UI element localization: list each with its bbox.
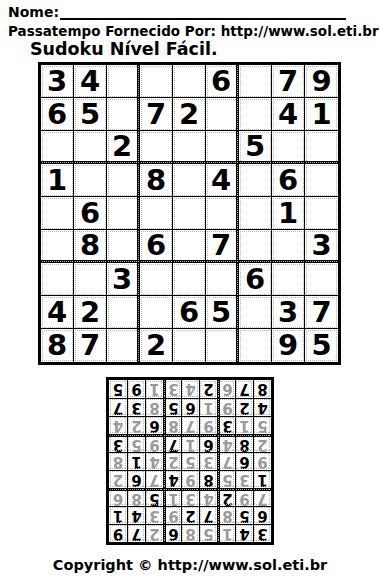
cell-r8c5: 6 — [173, 296, 206, 329]
cell-r3c5[interactable] — [173, 131, 206, 164]
solution-cell-r8c2: 2 — [235, 398, 253, 416]
solution-cell-r5c7: 4 — [145, 452, 163, 470]
cell-r5c4[interactable] — [140, 197, 173, 230]
cell-r1c9: 9 — [305, 65, 338, 98]
cell-r9c1: 8 — [41, 329, 74, 362]
cell-r3c3: 2 — [107, 131, 140, 164]
cell-r9c2: 7 — [74, 329, 107, 362]
solution-cell-r7c6: 8 — [163, 416, 181, 434]
cell-r2c4: 7 — [140, 98, 173, 131]
solution-cell-r9c8: 9 — [127, 380, 145, 398]
solution-cell-r2c5: 2 — [181, 506, 199, 524]
cell-r7c1[interactable] — [41, 263, 74, 296]
provider-line: Passatempo Fornecido Por: http://www.sol… — [8, 23, 379, 39]
solution-cell-r8c7: 8 — [145, 398, 163, 416]
solution-cell-r2c9: 1 — [109, 506, 127, 524]
solution-cell-r1c4: 5 — [199, 524, 217, 542]
solution-cell-r5c9: 8 — [109, 452, 127, 470]
cell-r8c1: 4 — [41, 296, 74, 329]
cell-r4c1: 1 — [41, 164, 74, 197]
cell-r3c4[interactable] — [140, 131, 173, 164]
solution-cell-r4c9: 2 — [109, 470, 127, 488]
solution-cell-r7c7: 6 — [145, 416, 163, 434]
solution-cell-r5c4: 3 — [199, 452, 217, 470]
cell-r3c9[interactable] — [305, 131, 338, 164]
cell-r9c7[interactable] — [239, 329, 272, 362]
solution-cell-r5c5: 5 — [181, 452, 199, 470]
solution-cell-r4c6: 4 — [163, 470, 181, 488]
solution-cell-r6c3: 4 — [217, 434, 235, 452]
cell-r8c9: 7 — [305, 296, 338, 329]
cell-r8c2: 2 — [74, 296, 107, 329]
cell-r2c8: 4 — [272, 98, 305, 131]
cell-r5c7[interactable] — [239, 197, 272, 230]
solution-cell-r5c6: 2 — [163, 452, 181, 470]
solution-cell-r2c3: 8 — [217, 506, 235, 524]
cell-r4c8: 6 — [272, 164, 305, 197]
cell-r5c9[interactable] — [305, 197, 338, 230]
solution-cell-r3c6: 1 — [163, 488, 181, 506]
name-row: Nome: — [8, 3, 346, 20]
cell-r8c4[interactable] — [140, 296, 173, 329]
solution-cell-r1c2: 4 — [235, 524, 253, 542]
solution-cell-r3c1: 7 — [253, 488, 271, 506]
solution-cell-r8c4: 1 — [199, 398, 217, 416]
cell-r4c9[interactable] — [305, 164, 338, 197]
solution-cell-r5c2: 6 — [235, 452, 253, 470]
solution-cell-r2c7: 3 — [145, 506, 163, 524]
cell-r1c1: 3 — [41, 65, 74, 98]
solution-cell-r5c3: 7 — [217, 452, 235, 470]
cell-r2c2: 5 — [74, 98, 107, 131]
cell-r8c3[interactable] — [107, 296, 140, 329]
cell-r4c5[interactable] — [173, 164, 206, 197]
cell-r6c2: 8 — [74, 230, 107, 263]
cell-r3c7: 5 — [239, 131, 272, 164]
cell-r7c7: 6 — [239, 263, 272, 296]
solution-cell-r3c4: 4 — [199, 488, 217, 506]
cell-r1c2: 4 — [74, 65, 107, 98]
cell-r3c8[interactable] — [272, 131, 305, 164]
solution-cell-r4c7: 7 — [145, 470, 163, 488]
cell-r9c3[interactable] — [107, 329, 140, 362]
solution-cell-r6c7: 9 — [145, 434, 163, 452]
solution-cell-r1c9: 9 — [109, 524, 127, 542]
cell-r5c1[interactable] — [41, 197, 74, 230]
solution-cell-r3c2: 9 — [235, 488, 253, 506]
cell-r9c5[interactable] — [173, 329, 206, 362]
solution-cell-r7c2: 1 — [235, 416, 253, 434]
cell-r1c8: 7 — [272, 65, 305, 98]
solution-cell-r4c8: 6 — [127, 470, 145, 488]
cell-r7c3: 3 — [107, 263, 140, 296]
copyright-line: Copyright © http://www.sol.eti.br — [0, 557, 380, 573]
solution-cell-r9c2: 7 — [235, 380, 253, 398]
solution-cell-r1c5: 8 — [181, 524, 199, 542]
cell-r4c7[interactable] — [239, 164, 272, 197]
solution-cell-r8c8: 3 — [127, 398, 145, 416]
cell-r2c7[interactable] — [239, 98, 272, 131]
solution-cell-r4c3: 5 — [217, 470, 235, 488]
solution-cell-r6c8: 5 — [127, 434, 145, 452]
cell-r5c8: 1 — [272, 197, 305, 230]
solution-grid-rotated: 3415862796587293417924315861358947629673… — [106, 377, 274, 545]
solution-cell-r4c5: 9 — [181, 470, 199, 488]
solution-cell-r5c1: 9 — [253, 452, 271, 470]
solution-cell-r4c2: 3 — [235, 470, 253, 488]
cell-r6c3[interactable] — [107, 230, 140, 263]
solution-cell-r9c6: 3 — [163, 380, 181, 398]
cell-r9c6[interactable] — [206, 329, 239, 362]
cell-r9c8: 9 — [272, 329, 305, 362]
cell-r5c6[interactable] — [206, 197, 239, 230]
solution-cell-r7c1: 5 — [253, 416, 271, 434]
solution-cell-r2c2: 5 — [235, 506, 253, 524]
cell-r7c5[interactable] — [173, 263, 206, 296]
solution-cell-r5c8: 1 — [127, 452, 145, 470]
solution-cell-r9c7: 1 — [145, 380, 163, 398]
solution-cell-r6c5: 1 — [181, 434, 199, 452]
solution-cell-r1c3: 1 — [217, 524, 235, 542]
solution-cell-r6c2: 8 — [235, 434, 253, 452]
cell-r4c2[interactable] — [74, 164, 107, 197]
cell-r7c9[interactable] — [305, 263, 338, 296]
solution-cell-r2c8: 4 — [127, 506, 145, 524]
solution-cell-r1c1: 3 — [253, 524, 271, 542]
cell-r2c5: 2 — [173, 98, 206, 131]
cell-r8c7[interactable] — [239, 296, 272, 329]
solution-cell-r3c3: 2 — [217, 488, 235, 506]
solution-cell-r9c4: 2 — [199, 380, 217, 398]
solution-cell-r8c9: 7 — [109, 398, 127, 416]
cell-r2c9: 1 — [305, 98, 338, 131]
solution-cell-r7c3: 3 — [217, 416, 235, 434]
solution-cell-r7c8: 2 — [127, 416, 145, 434]
name-label: Nome: — [8, 5, 59, 20]
cell-r6c4: 6 — [140, 230, 173, 263]
solution-cell-r7c5: 7 — [181, 416, 199, 434]
cell-r4c4: 8 — [140, 164, 173, 197]
solution-cell-r7c9: 4 — [109, 416, 127, 434]
solution-cell-r2c4: 7 — [199, 506, 217, 524]
solution-cell-r1c8: 7 — [127, 524, 145, 542]
solution-cell-r3c8: 8 — [127, 488, 145, 506]
cell-r6c7[interactable] — [239, 230, 272, 263]
solution-cell-r2c6: 9 — [163, 506, 181, 524]
cell-r5c3[interactable] — [107, 197, 140, 230]
solution-cell-r6c9: 3 — [109, 434, 127, 452]
cell-r2c1: 6 — [41, 98, 74, 131]
cell-r8c6: 5 — [206, 296, 239, 329]
solution-cell-r8c3: 9 — [217, 398, 235, 416]
cell-r6c5[interactable] — [173, 230, 206, 263]
cell-r5c2: 6 — [74, 197, 107, 230]
cell-r1c6: 6 — [206, 65, 239, 98]
solution-cell-r6c1: 2 — [253, 434, 271, 452]
cell-r1c4[interactable] — [140, 65, 173, 98]
cell-r6c9: 3 — [305, 230, 338, 263]
solution-cell-r3c5: 3 — [181, 488, 199, 506]
cell-r7c2[interactable] — [74, 263, 107, 296]
solution-cell-r9c3: 6 — [217, 380, 235, 398]
cell-r6c6: 7 — [206, 230, 239, 263]
cell-r7c6[interactable] — [206, 263, 239, 296]
cell-r1c5[interactable] — [173, 65, 206, 98]
cell-r4c6: 4 — [206, 164, 239, 197]
cell-r3c1[interactable] — [41, 131, 74, 164]
sudoku-grid: 346796572412518466186733642653787295 — [38, 62, 341, 365]
solution-cell-r9c1: 8 — [253, 380, 271, 398]
solution-cell-r6c6: 7 — [163, 434, 181, 452]
page-title: Sudoku Nível Fácil. — [30, 39, 218, 59]
cell-r4c3[interactable] — [107, 164, 140, 197]
solution-cell-r1c6: 6 — [163, 524, 181, 542]
solution-cell-r9c5: 4 — [181, 380, 199, 398]
solution-cell-r8c6: 5 — [163, 398, 181, 416]
cell-r1c3[interactable] — [107, 65, 140, 98]
cell-r5c5[interactable] — [173, 197, 206, 230]
cell-r1c7[interactable] — [239, 65, 272, 98]
solution-cell-r3c9: 6 — [109, 488, 127, 506]
solution-cell-r9c9: 5 — [109, 380, 127, 398]
cell-r7c4[interactable] — [140, 263, 173, 296]
solution-cell-r1c7: 2 — [145, 524, 163, 542]
cell-r8c8: 3 — [272, 296, 305, 329]
cell-r3c2[interactable] — [74, 131, 107, 164]
name-blank-line[interactable] — [60, 3, 346, 20]
solution-cell-r6c4: 6 — [199, 434, 217, 452]
cell-r6c8[interactable] — [272, 230, 305, 263]
solution-cell-r8c1: 4 — [253, 398, 271, 416]
cell-r3c6[interactable] — [206, 131, 239, 164]
solution-cell-r3c7: 5 — [145, 488, 163, 506]
solution-cell-r2c1: 6 — [253, 506, 271, 524]
cell-r9c4: 2 — [140, 329, 173, 362]
solution-cell-r8c5: 6 — [181, 398, 199, 416]
solution-cell-r4c4: 8 — [199, 470, 217, 488]
solution-cell-r7c4: 9 — [199, 416, 217, 434]
cell-r2c3[interactable] — [107, 98, 140, 131]
cell-r2c6[interactable] — [206, 98, 239, 131]
cell-r9c9: 5 — [305, 329, 338, 362]
cell-r6c1[interactable] — [41, 230, 74, 263]
solution-cell-r4c1: 1 — [253, 470, 271, 488]
cell-r7c8[interactable] — [272, 263, 305, 296]
